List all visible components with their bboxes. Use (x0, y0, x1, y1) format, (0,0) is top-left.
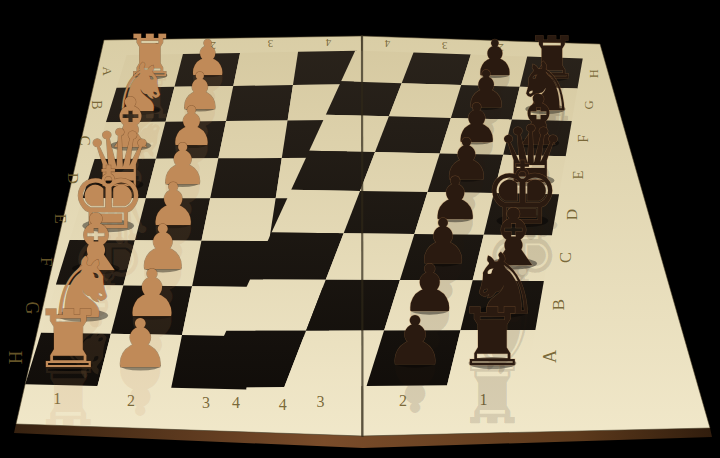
square-e3[interactable] (201, 198, 275, 241)
square-b3[interactable] (226, 85, 293, 121)
square-c3[interactable] (218, 120, 287, 158)
label-bottom-4: 4 (232, 394, 240, 411)
square-a3[interactable] (233, 52, 298, 86)
label-top-2: 3 (267, 38, 273, 50)
label-bottom-3: 4 (279, 396, 287, 413)
square-a6[interactable] (402, 53, 471, 85)
photo-stage: 1 1 2 2 3 3 4 4 4 4 3 3 2 2 1 1 A H B G … (0, 0, 720, 458)
label-bottom-5: 3 (316, 393, 324, 410)
fold-seam (362, 35, 363, 437)
label-right-7: A (540, 349, 560, 363)
label-right-1: G (582, 100, 596, 109)
piece-white-rook-h1[interactable]: ♜ (33, 293, 105, 386)
label-top-5: 3 (442, 40, 448, 52)
piece-black-pawn-h7[interactable]: ♟ (385, 302, 445, 380)
square-b6[interactable] (389, 83, 461, 118)
label-bottom-2: 3 (202, 394, 210, 411)
label-right-0: H (587, 69, 601, 78)
label-right-2: F (577, 134, 592, 142)
label-top-3: 4 (325, 37, 331, 49)
piece-white-pawn-h2[interactable]: ♟ (110, 305, 170, 383)
piece-black-rook-h8[interactable]: ♜ (457, 291, 529, 384)
chessboard: 1 1 2 2 3 3 4 4 4 4 3 3 2 2 1 1 A H B G … (0, 0, 720, 458)
square-d3[interactable] (210, 158, 282, 198)
label-left-7: H (5, 351, 26, 364)
label-top-4: 4 (384, 38, 390, 50)
